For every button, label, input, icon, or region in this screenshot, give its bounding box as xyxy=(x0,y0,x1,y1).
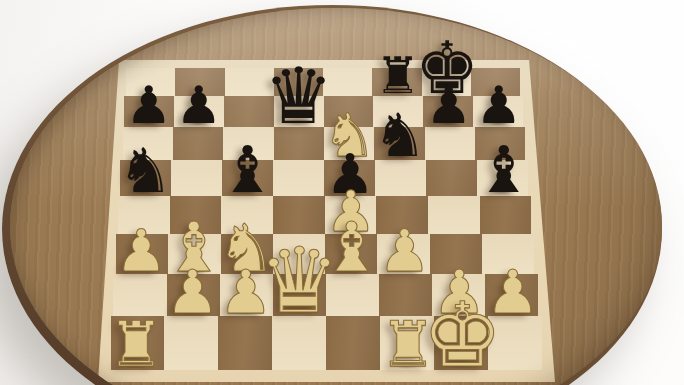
square-a5 xyxy=(120,160,171,196)
square-a7 xyxy=(124,96,174,127)
square-g3 xyxy=(430,234,482,274)
square-g8 xyxy=(422,68,471,96)
square-g6 xyxy=(425,127,475,160)
square-f4 xyxy=(376,196,428,234)
square-a3 xyxy=(116,234,168,274)
square-b6 xyxy=(173,127,223,160)
square-h1 xyxy=(488,316,542,370)
square-h8 xyxy=(471,68,520,96)
square-d5 xyxy=(273,160,324,196)
square-f8 xyxy=(372,68,421,96)
square-h7 xyxy=(473,96,523,127)
square-f7 xyxy=(373,96,423,127)
square-e1 xyxy=(326,316,380,370)
square-b8 xyxy=(175,68,224,96)
square-h4 xyxy=(480,196,532,234)
square-h2 xyxy=(485,274,538,316)
board-row-rank-1 xyxy=(111,316,542,370)
square-f5 xyxy=(375,160,426,196)
square-b3 xyxy=(168,234,220,274)
square-f3 xyxy=(377,234,429,274)
square-c7 xyxy=(224,96,274,127)
square-c1 xyxy=(218,316,272,370)
square-e5 xyxy=(324,160,375,196)
board-row-rank-5 xyxy=(120,160,528,196)
square-a1 xyxy=(111,316,165,370)
board-row-rank-3 xyxy=(116,234,534,274)
square-b5 xyxy=(171,160,222,196)
square-e8 xyxy=(323,68,372,96)
square-d3 xyxy=(273,234,325,274)
photo-scene: ♜♚♟♟♛♟♟♞♞♞♝♟♝♟♟♝♞♝♟♟♟♛♟♟♜♜♚ xyxy=(0,0,684,385)
board-row-rank-7 xyxy=(124,96,522,127)
square-b1 xyxy=(164,316,218,370)
square-b2 xyxy=(167,274,220,316)
square-g5 xyxy=(426,160,477,196)
square-a2 xyxy=(113,274,166,316)
square-f6 xyxy=(374,127,424,160)
square-f1 xyxy=(380,316,434,370)
square-c8 xyxy=(225,68,274,96)
square-a8 xyxy=(126,68,175,96)
square-a4 xyxy=(118,196,170,234)
board-row-rank-8 xyxy=(126,68,520,96)
board-row-rank-2 xyxy=(113,274,537,316)
square-d1 xyxy=(272,316,326,370)
square-c3 xyxy=(221,234,273,274)
square-f2 xyxy=(379,274,432,316)
square-e3 xyxy=(325,234,377,274)
square-e4 xyxy=(325,196,377,234)
square-d7 xyxy=(274,96,324,127)
square-e6 xyxy=(324,127,374,160)
square-d6 xyxy=(274,127,324,160)
square-a6 xyxy=(123,127,173,160)
square-g2 xyxy=(432,274,485,316)
square-c5 xyxy=(222,160,273,196)
square-g7 xyxy=(423,96,473,127)
square-h6 xyxy=(475,127,525,160)
square-c6 xyxy=(223,127,273,160)
square-e7 xyxy=(324,96,374,127)
square-b7 xyxy=(174,96,224,127)
square-d8 xyxy=(274,68,323,96)
square-b4 xyxy=(170,196,222,234)
square-e2 xyxy=(326,274,379,316)
square-h3 xyxy=(482,234,534,274)
board-row-rank-4 xyxy=(118,196,531,234)
square-d4 xyxy=(273,196,325,234)
square-g1 xyxy=(434,316,488,370)
square-h5 xyxy=(477,160,528,196)
board-row-rank-6 xyxy=(123,127,526,160)
square-g4 xyxy=(428,196,480,234)
square-c4 xyxy=(221,196,273,234)
square-c2 xyxy=(220,274,273,316)
square-d2 xyxy=(273,274,326,316)
